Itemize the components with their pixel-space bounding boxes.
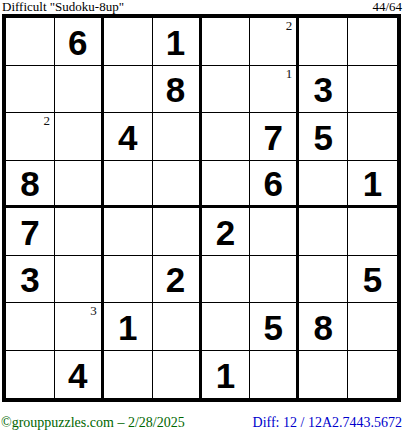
given-digit: 2 [216, 215, 235, 250]
cell-r1c5[interactable] [202, 18, 251, 66]
cell-r3c4[interactable] [153, 113, 202, 161]
cell-r7c1[interactable] [6, 303, 55, 351]
cell-r5c4[interactable] [153, 208, 202, 256]
cell-r7c4[interactable] [153, 303, 202, 351]
cell-r4c8[interactable]: 1 [348, 161, 397, 209]
cell-r2c8[interactable] [348, 66, 397, 114]
given-digit: 8 [313, 310, 332, 345]
pencil-mark: 3 [90, 304, 97, 317]
cell-r5c2[interactable] [55, 208, 104, 256]
cell-r7c2[interactable]: 3 [55, 303, 104, 351]
cell-r1c2[interactable]: 6 [55, 18, 104, 66]
cell-r5c6[interactable] [250, 208, 299, 256]
given-digit: 1 [216, 358, 235, 393]
given-digit: 5 [313, 120, 332, 155]
given-digit: 6 [68, 25, 87, 60]
copyright-text: ©grouppuzzles.com – 2/28/2025 [1, 415, 185, 431]
given-digit: 8 [20, 166, 39, 201]
given-digit: 6 [264, 166, 283, 201]
cell-r6c3[interactable] [104, 256, 153, 304]
puzzle-title: Difficult "Sudoku-8up" [2, 0, 124, 15]
cell-r4c3[interactable] [104, 161, 153, 209]
cell-r3c3[interactable]: 4 [104, 113, 153, 161]
cell-r3c8[interactable] [348, 113, 397, 161]
given-digit: 7 [264, 120, 283, 155]
cell-r8c1[interactable] [6, 351, 55, 399]
cell-r8c4[interactable] [153, 351, 202, 399]
cell-r5c1[interactable]: 7 [6, 208, 55, 256]
cell-r2c7[interactable]: 3 [299, 66, 348, 114]
cell-r2c1[interactable] [6, 66, 55, 114]
cell-r7c6[interactable]: 5 [250, 303, 299, 351]
cell-r2c3[interactable] [104, 66, 153, 114]
given-digit: 1 [118, 310, 137, 345]
board: 612813247586172325315841 [2, 14, 401, 402]
cell-r4c6[interactable]: 6 [250, 161, 299, 209]
cell-r3c7[interactable]: 5 [299, 113, 348, 161]
cell-r4c4[interactable] [153, 161, 202, 209]
cell-r6c4[interactable]: 2 [153, 256, 202, 304]
cell-r8c5[interactable]: 1 [202, 351, 251, 399]
puzzle-counter: 44/64 [372, 0, 402, 15]
cell-r5c5[interactable]: 2 [202, 208, 251, 256]
cell-r4c2[interactable] [55, 161, 104, 209]
cell-r8c3[interactable] [104, 351, 153, 399]
given-digit: 1 [363, 166, 382, 201]
given-digit: 5 [264, 310, 283, 345]
cell-r7c5[interactable] [202, 303, 251, 351]
cell-r3c5[interactable] [202, 113, 251, 161]
cell-r5c7[interactable] [299, 208, 348, 256]
cell-r3c6[interactable]: 7 [250, 113, 299, 161]
pencil-mark: 2 [286, 19, 293, 32]
sudoku-page: Difficult "Sudoku-8up" 44/64 61281324758… [0, 0, 403, 437]
difficulty-text: Diff: 12 / 12A2.7443.5672 [253, 415, 402, 431]
cell-r6c8[interactable]: 5 [348, 256, 397, 304]
cell-r7c7[interactable]: 8 [299, 303, 348, 351]
cell-r6c5[interactable] [202, 256, 251, 304]
cell-r5c3[interactable] [104, 208, 153, 256]
cell-r1c1[interactable] [6, 18, 55, 66]
cell-r1c4[interactable]: 1 [153, 18, 202, 66]
cell-r2c2[interactable] [55, 66, 104, 114]
given-digit: 4 [118, 120, 137, 155]
given-digit: 1 [166, 25, 185, 60]
given-digit: 2 [166, 262, 185, 297]
given-digit: 4 [68, 358, 87, 393]
cell-r7c3[interactable]: 1 [104, 303, 153, 351]
cell-r3c1[interactable]: 2 [6, 113, 55, 161]
given-digit: 7 [20, 215, 39, 250]
cell-r4c1[interactable]: 8 [6, 161, 55, 209]
cell-r8c8[interactable] [348, 351, 397, 399]
cell-r7c8[interactable] [348, 303, 397, 351]
cell-r2c6[interactable]: 1 [250, 66, 299, 114]
cell-r5c8[interactable] [348, 208, 397, 256]
cell-r6c2[interactable] [55, 256, 104, 304]
given-digit: 3 [313, 72, 332, 107]
pencil-mark: 2 [43, 114, 50, 127]
given-digit: 3 [20, 262, 39, 297]
cell-r2c5[interactable] [202, 66, 251, 114]
cell-r8c7[interactable] [299, 351, 348, 399]
cell-r2c4[interactable]: 8 [153, 66, 202, 114]
cell-r6c1[interactable]: 3 [6, 256, 55, 304]
cell-r8c6[interactable] [250, 351, 299, 399]
footer: ©grouppuzzles.com – 2/28/2025 Diff: 12 /… [0, 413, 403, 435]
cell-r6c6[interactable] [250, 256, 299, 304]
cell-r1c8[interactable] [348, 18, 397, 66]
cell-r4c5[interactable] [202, 161, 251, 209]
cell-r3c2[interactable] [55, 113, 104, 161]
cell-r6c7[interactable] [299, 256, 348, 304]
pencil-mark: 1 [286, 67, 293, 80]
given-digit: 8 [166, 72, 185, 107]
cell-r1c3[interactable] [104, 18, 153, 66]
cell-r1c6[interactable]: 2 [250, 18, 299, 66]
cell-r1c7[interactable] [299, 18, 348, 66]
cell-r8c2[interactable]: 4 [55, 351, 104, 399]
cell-r4c7[interactable] [299, 161, 348, 209]
header: Difficult "Sudoku-8up" 44/64 [0, 0, 403, 14]
given-digit: 5 [363, 262, 382, 297]
